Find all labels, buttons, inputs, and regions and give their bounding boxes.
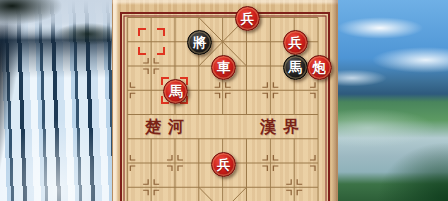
chu-river-label: 楚河 (145, 117, 191, 138)
piece-red-soldier[interactable]: 兵 (283, 30, 308, 55)
piece-glyph: 兵 (217, 152, 231, 175)
piece-glyph: 炮 (312, 55, 326, 78)
piece-glyph: 將 (193, 31, 207, 54)
piece-red-chariot[interactable]: 車 (211, 55, 236, 80)
piece-glyph: 馬 (169, 79, 183, 102)
piece-red-soldier[interactable]: 兵 (211, 152, 236, 177)
piece-glyph: 車 (217, 55, 231, 78)
xiangqi-board[interactable]: 楚河 漢界 兵將兵車馬炮馬兵 (112, 0, 338, 201)
xiangqi-game-screenshot: 楚河 漢界 兵將兵車馬炮馬兵 (0, 0, 448, 201)
han-border-label: 漢界 (260, 117, 306, 138)
piece-glyph: 馬 (288, 55, 302, 78)
piece-black-horse[interactable]: 馬 (283, 55, 308, 80)
last-move-from-marker (138, 28, 165, 55)
background-river-landscape-photo (338, 0, 448, 201)
piece-red-cannon[interactable]: 炮 (307, 55, 332, 80)
piece-glyph: 兵 (241, 7, 255, 30)
piece-glyph: 兵 (288, 31, 302, 54)
piece-red-soldier[interactable]: 兵 (235, 6, 260, 31)
background-waterfall-photo (0, 0, 112, 201)
